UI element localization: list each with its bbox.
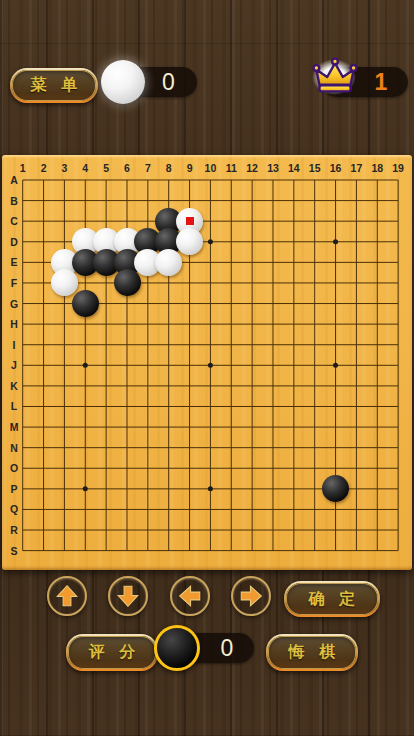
intersection-F11[interactable] [221,273,242,294]
intersection-J18[interactable] [367,355,388,376]
intersection-M13[interactable] [263,417,284,438]
intersection-R7[interactable] [137,520,158,541]
intersection-Q1[interactable] [12,499,33,520]
intersection-H2[interactable] [33,314,54,335]
intersection-R13[interactable] [263,520,284,541]
intersection-N5[interactable] [96,437,117,458]
intersection-A10[interactable] [200,170,221,191]
intersection-M18[interactable] [367,417,388,438]
intersection-H11[interactable] [221,314,242,335]
intersection-E16[interactable] [325,252,346,273]
arrow-down-button[interactable] [108,576,148,616]
intersection-Q16[interactable] [325,499,346,520]
intersection-P7[interactable] [137,479,158,500]
intersection-M10[interactable] [200,417,221,438]
intersection-A15[interactable] [304,170,325,191]
intersection-J2[interactable] [33,355,54,376]
intersection-N3[interactable] [54,437,75,458]
intersection-S19[interactable] [388,540,409,561]
intersection-F8[interactable] [158,273,179,294]
intersection-D18[interactable] [367,231,388,252]
intersection-H5[interactable] [96,314,117,335]
intersection-M7[interactable] [137,417,158,438]
intersection-P14[interactable] [283,479,304,500]
intersection-B2[interactable] [33,190,54,211]
intersection-N11[interactable] [221,437,242,458]
intersection-R5[interactable] [96,520,117,541]
intersection-P10[interactable] [200,479,221,500]
intersection-R10[interactable] [200,520,221,541]
intersection-G1[interactable] [12,293,33,314]
intersection-G10[interactable] [200,293,221,314]
intersection-M2[interactable] [33,417,54,438]
intersection-D17[interactable] [346,231,367,252]
intersection-K14[interactable] [283,376,304,397]
intersection-B14[interactable] [283,190,304,211]
intersection-F7[interactable] [137,273,158,294]
intersection-M6[interactable] [117,417,138,438]
intersection-H15[interactable] [304,314,325,335]
intersection-P6[interactable] [117,479,138,500]
intersection-S3[interactable] [54,540,75,561]
intersection-C1[interactable] [12,211,33,232]
intersection-M3[interactable] [54,417,75,438]
intersection-L9[interactable] [179,396,200,417]
intersection-F10[interactable] [200,273,221,294]
intersection-J9[interactable] [179,355,200,376]
intersection-H10[interactable] [200,314,221,335]
intersection-Q17[interactable] [346,499,367,520]
intersection-M1[interactable] [12,417,33,438]
intersection-R1[interactable] [12,520,33,541]
intersection-A2[interactable] [33,170,54,191]
intersection-S6[interactable] [117,540,138,561]
intersection-K8[interactable] [158,376,179,397]
arrow-up-button[interactable] [47,576,87,616]
intersection-H17[interactable] [346,314,367,335]
intersection-I2[interactable] [33,334,54,355]
intersection-Q6[interactable] [117,499,138,520]
intersection-B15[interactable] [304,190,325,211]
intersection-J6[interactable] [117,355,138,376]
intersection-P16[interactable] [325,479,346,500]
intersection-G15[interactable] [304,293,325,314]
intersection-B19[interactable] [388,190,409,211]
intersection-R19[interactable] [388,520,409,541]
intersection-L1[interactable] [12,396,33,417]
intersection-S14[interactable] [283,540,304,561]
intersection-B16[interactable] [325,190,346,211]
intersection-R17[interactable] [346,520,367,541]
intersection-A19[interactable] [388,170,409,191]
intersection-K2[interactable] [33,376,54,397]
intersection-R4[interactable] [75,520,96,541]
intersection-S17[interactable] [346,540,367,561]
intersection-Q8[interactable] [158,499,179,520]
intersection-M5[interactable] [96,417,117,438]
intersection-Q9[interactable] [179,499,200,520]
intersection-J12[interactable] [242,355,263,376]
intersection-D16[interactable] [325,231,346,252]
intersection-K18[interactable] [367,376,388,397]
intersection-P12[interactable] [242,479,263,500]
intersection-I9[interactable] [179,334,200,355]
intersection-L6[interactable] [117,396,138,417]
intersection-Q7[interactable] [137,499,158,520]
intersection-K9[interactable] [179,376,200,397]
intersection-K13[interactable] [263,376,284,397]
intersection-H13[interactable] [263,314,284,335]
intersection-K4[interactable] [75,376,96,397]
intersection-R8[interactable] [158,520,179,541]
intersection-P4[interactable] [75,479,96,500]
intersection-L10[interactable] [200,396,221,417]
intersection-H14[interactable] [283,314,304,335]
intersection-G19[interactable] [388,293,409,314]
intersection-G5[interactable] [96,293,117,314]
intersection-J1[interactable] [12,355,33,376]
undo-button[interactable]: 悔 棋 [266,634,358,671]
intersection-B18[interactable] [367,190,388,211]
intersection-K19[interactable] [388,376,409,397]
intersection-O4[interactable] [75,458,96,479]
intersection-F1[interactable] [12,273,33,294]
intersection-N15[interactable] [304,437,325,458]
intersection-B13[interactable] [263,190,284,211]
intersection-H6[interactable] [117,314,138,335]
intersection-A8[interactable] [158,170,179,191]
intersection-D12[interactable] [242,231,263,252]
intersection-O3[interactable] [54,458,75,479]
intersection-F14[interactable] [283,273,304,294]
intersection-H8[interactable] [158,314,179,335]
intersection-F6[interactable] [117,273,138,294]
intersection-L8[interactable] [158,396,179,417]
intersection-S4[interactable] [75,540,96,561]
intersection-I5[interactable] [96,334,117,355]
intersection-L18[interactable] [367,396,388,417]
intersection-M17[interactable] [346,417,367,438]
intersection-A13[interactable] [263,170,284,191]
intersection-G8[interactable] [158,293,179,314]
intersection-P13[interactable] [263,479,284,500]
intersection-D1[interactable] [12,231,33,252]
intersection-H3[interactable] [54,314,75,335]
intersection-L11[interactable] [221,396,242,417]
intersection-J7[interactable] [137,355,158,376]
intersection-S2[interactable] [33,540,54,561]
intersection-P5[interactable] [96,479,117,500]
intersection-B10[interactable] [200,190,221,211]
intersection-M9[interactable] [179,417,200,438]
intersection-G13[interactable] [263,293,284,314]
intersection-O18[interactable] [367,458,388,479]
intersection-G6[interactable] [117,293,138,314]
intersection-J10[interactable] [200,355,221,376]
intersection-J15[interactable] [304,355,325,376]
intersection-N7[interactable] [137,437,158,458]
intersection-S5[interactable] [96,540,117,561]
intersection-G16[interactable] [325,293,346,314]
intersection-L13[interactable] [263,396,284,417]
intersection-C17[interactable] [346,211,367,232]
intersection-J19[interactable] [388,355,409,376]
intersection-C12[interactable] [242,211,263,232]
intersection-N14[interactable] [283,437,304,458]
intersection-E15[interactable] [304,252,325,273]
intersection-N12[interactable] [242,437,263,458]
intersection-D9[interactable] [179,231,200,252]
intersection-G4[interactable] [75,293,96,314]
intersection-E9[interactable] [179,252,200,273]
intersection-Q4[interactable] [75,499,96,520]
intersection-C2[interactable] [33,211,54,232]
intersection-C18[interactable] [367,211,388,232]
intersection-M8[interactable] [158,417,179,438]
intersection-E14[interactable] [283,252,304,273]
intersection-O9[interactable] [179,458,200,479]
intersection-F13[interactable] [263,273,284,294]
intersection-F12[interactable] [242,273,263,294]
intersection-O14[interactable] [283,458,304,479]
intersection-A9[interactable] [179,170,200,191]
intersection-C13[interactable] [263,211,284,232]
intersection-K15[interactable] [304,376,325,397]
intersection-K10[interactable] [200,376,221,397]
intersection-E18[interactable] [367,252,388,273]
intersection-G14[interactable] [283,293,304,314]
intersection-S10[interactable] [200,540,221,561]
intersection-R3[interactable] [54,520,75,541]
intersection-Q19[interactable] [388,499,409,520]
intersection-A14[interactable] [283,170,304,191]
intersection-O12[interactable] [242,458,263,479]
intersection-H19[interactable] [388,314,409,335]
intersection-S13[interactable] [263,540,284,561]
intersection-I1[interactable] [12,334,33,355]
intersection-D15[interactable] [304,231,325,252]
intersection-N17[interactable] [346,437,367,458]
intersection-O17[interactable] [346,458,367,479]
intersection-S12[interactable] [242,540,263,561]
intersection-A7[interactable] [137,170,158,191]
intersection-D19[interactable] [388,231,409,252]
intersection-L4[interactable] [75,396,96,417]
intersection-N13[interactable] [263,437,284,458]
arrow-right-button[interactable] [231,576,271,616]
intersection-D11[interactable] [221,231,242,252]
intersection-H16[interactable] [325,314,346,335]
score-button[interactable]: 评 分 [66,634,158,671]
intersection-M12[interactable] [242,417,263,438]
intersection-S8[interactable] [158,540,179,561]
intersection-K1[interactable] [12,376,33,397]
intersection-I10[interactable] [200,334,221,355]
intersection-S1[interactable] [12,540,33,561]
intersection-S7[interactable] [137,540,158,561]
intersection-C15[interactable] [304,211,325,232]
intersection-Q14[interactable] [283,499,304,520]
intersection-R11[interactable] [221,520,242,541]
intersection-L7[interactable] [137,396,158,417]
intersection-L14[interactable] [283,396,304,417]
intersection-L15[interactable] [304,396,325,417]
intersection-A11[interactable] [221,170,242,191]
intersection-C19[interactable] [388,211,409,232]
intersection-J5[interactable] [96,355,117,376]
intersection-I11[interactable] [221,334,242,355]
intersection-G12[interactable] [242,293,263,314]
intersection-H18[interactable] [367,314,388,335]
intersection-R12[interactable] [242,520,263,541]
intersection-K11[interactable] [221,376,242,397]
intersection-G2[interactable] [33,293,54,314]
intersection-L5[interactable] [96,396,117,417]
intersection-N10[interactable] [200,437,221,458]
intersection-D2[interactable] [33,231,54,252]
intersection-H9[interactable] [179,314,200,335]
intersection-K6[interactable] [117,376,138,397]
intersection-N1[interactable] [12,437,33,458]
intersection-N19[interactable] [388,437,409,458]
intersection-R16[interactable] [325,520,346,541]
intersection-A16[interactable] [325,170,346,191]
intersection-J14[interactable] [283,355,304,376]
intersection-O10[interactable] [200,458,221,479]
intersection-G7[interactable] [137,293,158,314]
intersection-Q3[interactable] [54,499,75,520]
intersection-Q18[interactable] [367,499,388,520]
intersection-M14[interactable] [283,417,304,438]
intersection-J16[interactable] [325,355,346,376]
confirm-button[interactable]: 确 定 [284,581,380,617]
intersection-N2[interactable] [33,437,54,458]
intersection-O5[interactable] [96,458,117,479]
intersection-J3[interactable] [54,355,75,376]
intersection-A1[interactable] [12,170,33,191]
intersection-O11[interactable] [221,458,242,479]
intersection-F19[interactable] [388,273,409,294]
intersection-I12[interactable] [242,334,263,355]
intersection-F18[interactable] [367,273,388,294]
intersection-G9[interactable] [179,293,200,314]
intersection-A17[interactable] [346,170,367,191]
intersection-B6[interactable] [117,190,138,211]
intersection-B1[interactable] [12,190,33,211]
intersection-P2[interactable] [33,479,54,500]
intersection-A12[interactable] [242,170,263,191]
intersection-F3[interactable] [54,273,75,294]
intersection-R14[interactable] [283,520,304,541]
intersection-O13[interactable] [263,458,284,479]
intersection-L2[interactable] [33,396,54,417]
intersection-N9[interactable] [179,437,200,458]
intersection-S11[interactable] [221,540,242,561]
intersection-J17[interactable] [346,355,367,376]
intersection-O19[interactable] [388,458,409,479]
intersection-E8[interactable] [158,252,179,273]
intersection-F17[interactable] [346,273,367,294]
intersection-P9[interactable] [179,479,200,500]
intersection-P19[interactable] [388,479,409,500]
intersection-L17[interactable] [346,396,367,417]
intersection-S15[interactable] [304,540,325,561]
intersection-Q12[interactable] [242,499,263,520]
intersection-G17[interactable] [346,293,367,314]
intersection-O2[interactable] [33,458,54,479]
intersection-I3[interactable] [54,334,75,355]
intersection-A5[interactable] [96,170,117,191]
intersection-R18[interactable] [367,520,388,541]
intersection-D14[interactable] [283,231,304,252]
intersection-C16[interactable] [325,211,346,232]
intersection-I18[interactable] [367,334,388,355]
intersection-E1[interactable] [12,252,33,273]
intersection-A4[interactable] [75,170,96,191]
intersection-B11[interactable] [221,190,242,211]
intersection-P11[interactable] [221,479,242,500]
intersection-B12[interactable] [242,190,263,211]
intersection-P8[interactable] [158,479,179,500]
intersection-M15[interactable] [304,417,325,438]
intersection-K3[interactable] [54,376,75,397]
intersection-E12[interactable] [242,252,263,273]
intersection-P18[interactable] [367,479,388,500]
intersection-P1[interactable] [12,479,33,500]
intersection-Q11[interactable] [221,499,242,520]
intersection-I14[interactable] [283,334,304,355]
intersection-N8[interactable] [158,437,179,458]
intersection-F15[interactable] [304,273,325,294]
intersection-F9[interactable] [179,273,200,294]
intersection-A3[interactable] [54,170,75,191]
intersection-K12[interactable] [242,376,263,397]
intersection-M4[interactable] [75,417,96,438]
intersection-L16[interactable] [325,396,346,417]
intersection-B17[interactable] [346,190,367,211]
intersection-Q15[interactable] [304,499,325,520]
intersection-B3[interactable] [54,190,75,211]
intersection-I13[interactable] [263,334,284,355]
intersection-O6[interactable] [117,458,138,479]
intersection-Q10[interactable] [200,499,221,520]
intersection-J4[interactable] [75,355,96,376]
intersection-I16[interactable] [325,334,346,355]
intersection-C11[interactable] [221,211,242,232]
intersection-O7[interactable] [137,458,158,479]
intersection-M11[interactable] [221,417,242,438]
intersection-R9[interactable] [179,520,200,541]
intersection-K5[interactable] [96,376,117,397]
intersection-H1[interactable] [12,314,33,335]
arrow-left-button[interactable] [170,576,210,616]
intersection-N16[interactable] [325,437,346,458]
intersection-A6[interactable] [117,170,138,191]
intersection-L3[interactable] [54,396,75,417]
intersection-E10[interactable] [200,252,221,273]
intersection-Q5[interactable] [96,499,117,520]
intersection-G18[interactable] [367,293,388,314]
intersection-F16[interactable] [325,273,346,294]
intersection-A18[interactable] [367,170,388,191]
intersection-I4[interactable] [75,334,96,355]
intersection-E17[interactable] [346,252,367,273]
intersection-E11[interactable] [221,252,242,273]
intersection-P3[interactable] [54,479,75,500]
intersection-K16[interactable] [325,376,346,397]
intersection-K17[interactable] [346,376,367,397]
intersection-J11[interactable] [221,355,242,376]
